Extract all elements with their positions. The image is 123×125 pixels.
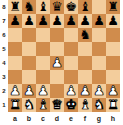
file-label-h: h — [106, 112, 120, 125]
rank-label-6: 6 — [0, 28, 8, 42]
square-d6[interactable] — [50, 28, 64, 42]
black-pawn[interactable]: ♟ — [9, 14, 21, 28]
black-pawn[interactable]: ♟ — [107, 14, 119, 28]
chess-board-page: 87654321 ♜♞♝♛♚♝♜♟♟♟♟♟♟♟♟♞♟♟♟♟♟♟♟♟♜♞♝♛♚♝♞… — [0, 0, 123, 125]
square-h2[interactable]: ♟ — [106, 84, 120, 98]
square-f8[interactable]: ♝ — [78, 0, 92, 14]
square-b3[interactable] — [22, 70, 36, 84]
square-h8[interactable]: ♜ — [106, 0, 120, 14]
square-c3[interactable] — [36, 70, 50, 84]
black-bishop[interactable]: ♝ — [79, 0, 91, 14]
square-a4[interactable] — [8, 56, 22, 70]
square-a5[interactable] — [8, 42, 22, 56]
black-queen[interactable]: ♛ — [51, 0, 63, 14]
file-label-f: f — [78, 112, 92, 125]
rank-label-3: 3 — [0, 70, 8, 84]
square-b2[interactable]: ♟ — [22, 84, 36, 98]
square-c2[interactable]: ♟ — [36, 84, 50, 98]
chess-board: ♜♞♝♛♚♝♜♟♟♟♟♟♟♟♟♞♟♟♟♟♟♟♟♟♜♞♝♛♚♝♞♜ — [8, 0, 120, 112]
rank-labels: 87654321 — [0, 0, 8, 112]
square-e8[interactable]: ♚ — [64, 0, 78, 14]
square-c1[interactable]: ♝ — [36, 98, 50, 112]
square-b6[interactable] — [22, 28, 36, 42]
file-label-b: b — [22, 112, 36, 125]
square-d8[interactable]: ♛ — [50, 0, 64, 14]
white-knight[interactable]: ♞ — [23, 98, 35, 112]
file-label-e: e — [64, 112, 78, 125]
square-a6[interactable] — [8, 28, 22, 42]
square-c6[interactable] — [36, 28, 50, 42]
white-pawn[interactable]: ♟ — [23, 84, 35, 98]
black-pawn[interactable]: ♟ — [93, 14, 105, 28]
square-f7[interactable]: ♟ — [78, 14, 92, 28]
square-f5[interactable] — [78, 42, 92, 56]
black-rook[interactable]: ♜ — [9, 0, 21, 14]
square-f3[interactable] — [78, 70, 92, 84]
square-f1[interactable]: ♝ — [78, 98, 92, 112]
white-king[interactable]: ♚ — [65, 98, 77, 112]
file-labels: abcdefgh — [8, 112, 120, 125]
white-pawn[interactable]: ♟ — [107, 84, 119, 98]
white-bishop[interactable]: ♝ — [79, 98, 91, 112]
square-e6[interactable] — [64, 28, 78, 42]
file-label-d: d — [50, 112, 64, 125]
square-c5[interactable] — [36, 42, 50, 56]
white-pawn[interactable]: ♟ — [65, 84, 77, 98]
square-g5[interactable] — [92, 42, 106, 56]
black-rook[interactable]: ♜ — [107, 0, 119, 14]
square-b8[interactable]: ♞ — [22, 0, 36, 14]
square-h6[interactable] — [106, 28, 120, 42]
square-b7[interactable]: ♟ — [22, 14, 36, 28]
white-pawn[interactable]: ♟ — [51, 56, 63, 70]
square-g2[interactable]: ♟ — [92, 84, 106, 98]
square-h7[interactable]: ♟ — [106, 14, 120, 28]
square-e2[interactable]: ♟ — [64, 84, 78, 98]
square-e1[interactable]: ♚ — [64, 98, 78, 112]
black-knight[interactable]: ♞ — [79, 28, 91, 42]
rank-label-1: 1 — [0, 98, 8, 112]
square-g4[interactable] — [92, 56, 106, 70]
black-pawn[interactable]: ♟ — [65, 14, 77, 28]
rank-label-5: 5 — [0, 42, 8, 56]
square-b5[interactable] — [22, 42, 36, 56]
square-d4[interactable]: ♟ — [50, 56, 64, 70]
square-h4[interactable] — [106, 56, 120, 70]
file-label-g: g — [92, 112, 106, 125]
square-b1[interactable]: ♞ — [22, 98, 36, 112]
square-e5[interactable] — [64, 42, 78, 56]
square-b4[interactable] — [22, 56, 36, 70]
rank-label-7: 7 — [0, 14, 8, 28]
rank-label-4: 4 — [0, 56, 8, 70]
black-bishop[interactable]: ♝ — [37, 0, 49, 14]
square-d1[interactable]: ♛ — [50, 98, 64, 112]
black-pawn[interactable]: ♟ — [23, 14, 35, 28]
square-a3[interactable] — [8, 70, 22, 84]
square-c4[interactable] — [36, 56, 50, 70]
rank-label-8: 8 — [0, 0, 8, 14]
black-pawn[interactable]: ♟ — [79, 14, 91, 28]
square-d3[interactable] — [50, 70, 64, 84]
white-queen[interactable]: ♛ — [51, 98, 63, 112]
file-label-c: c — [36, 112, 50, 125]
black-pawn[interactable]: ♟ — [37, 14, 49, 28]
white-pawn[interactable]: ♟ — [93, 84, 105, 98]
square-e7[interactable]: ♟ — [64, 14, 78, 28]
square-f6[interactable]: ♞ — [78, 28, 92, 42]
black-pawn[interactable]: ♟ — [51, 14, 63, 28]
square-e4[interactable] — [64, 56, 78, 70]
square-d5[interactable] — [50, 42, 64, 56]
white-rook[interactable]: ♜ — [9, 98, 21, 112]
black-king[interactable]: ♚ — [65, 0, 77, 14]
square-g1[interactable]: ♞ — [92, 98, 106, 112]
file-label-a: a — [8, 112, 22, 125]
white-rook[interactable]: ♜ — [107, 98, 119, 112]
black-knight[interactable]: ♞ — [23, 0, 35, 14]
square-c7[interactable]: ♟ — [36, 14, 50, 28]
square-g8[interactable] — [92, 0, 106, 14]
white-pawn[interactable]: ♟ — [9, 84, 21, 98]
square-g6[interactable] — [92, 28, 106, 42]
square-d7[interactable]: ♟ — [50, 14, 64, 28]
rank-label-2: 2 — [0, 84, 8, 98]
square-g3[interactable] — [92, 70, 106, 84]
square-a1[interactable]: ♜ — [8, 98, 22, 112]
square-f2[interactable]: ♟ — [78, 84, 92, 98]
square-g7[interactable]: ♟ — [92, 14, 106, 28]
square-a2[interactable]: ♟ — [8, 84, 22, 98]
white-pawn[interactable]: ♟ — [37, 84, 49, 98]
square-d2[interactable] — [50, 84, 64, 98]
square-e3[interactable] — [64, 70, 78, 84]
square-f4[interactable] — [78, 56, 92, 70]
square-a7[interactable]: ♟ — [8, 14, 22, 28]
white-knight[interactable]: ♞ — [93, 98, 105, 112]
white-pawn[interactable]: ♟ — [79, 84, 91, 98]
square-h3[interactable] — [106, 70, 120, 84]
square-a8[interactable]: ♜ — [8, 0, 22, 14]
white-bishop[interactable]: ♝ — [37, 98, 49, 112]
square-h1[interactable]: ♜ — [106, 98, 120, 112]
square-c8[interactable]: ♝ — [36, 0, 50, 14]
square-h5[interactable] — [106, 42, 120, 56]
